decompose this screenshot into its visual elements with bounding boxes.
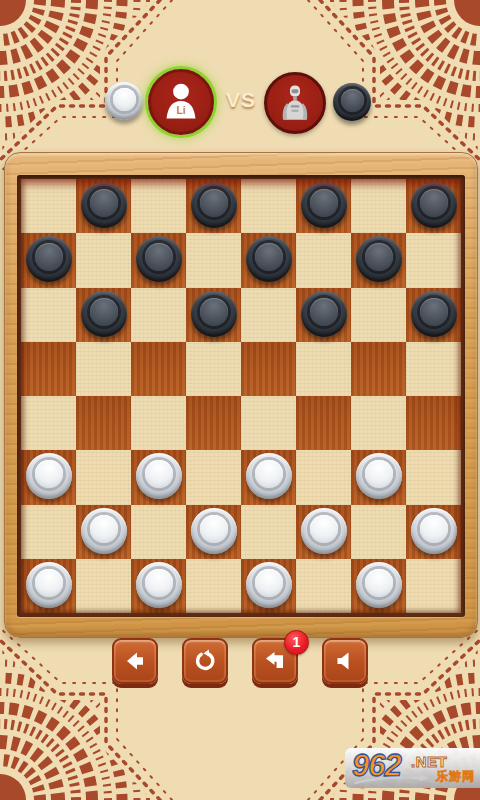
square-r2c1[interactable] [21, 233, 76, 287]
human-player-avatar[interactable]: Li [148, 69, 214, 135]
light-piece[interactable] [356, 562, 402, 608]
square-r4c6 [296, 342, 351, 396]
piece-cap [90, 189, 118, 217]
piece-cap [420, 189, 448, 217]
square-r7c5 [241, 505, 296, 559]
square-r6c6 [296, 450, 351, 504]
dark-piece[interactable] [191, 182, 237, 228]
robot-player-avatar[interactable] [264, 72, 326, 134]
square-r5c8[interactable] [406, 396, 461, 450]
square-r6c8 [406, 450, 461, 504]
square-r7c6[interactable] [296, 505, 351, 559]
robot-icon [275, 83, 315, 123]
piece-cap [310, 515, 338, 543]
square-r7c3 [131, 505, 186, 559]
piece-cap [200, 189, 228, 217]
square-r6c7[interactable] [351, 450, 406, 504]
piece-cap [255, 569, 283, 597]
square-r7c4[interactable] [186, 505, 241, 559]
light-piece[interactable] [411, 508, 457, 554]
square-r4c3[interactable] [131, 342, 186, 396]
watermark-swoosh-icon [353, 774, 431, 786]
square-r1c3 [131, 179, 186, 233]
light-piece[interactable] [136, 562, 182, 608]
square-r3c7 [351, 288, 406, 342]
square-r1c7 [351, 179, 406, 233]
circular-arrow-icon [193, 649, 217, 673]
board-grid [21, 179, 461, 613]
square-r7c8[interactable] [406, 505, 461, 559]
watermark-chinese: 乐游网 [436, 768, 475, 785]
left-arrow-icon [123, 649, 147, 673]
dark-piece[interactable] [411, 182, 457, 228]
dark-piece[interactable] [81, 182, 127, 228]
back-button[interactable] [112, 638, 158, 684]
light-piece[interactable] [246, 453, 292, 499]
piece-cap [200, 298, 228, 326]
square-r2c7[interactable] [351, 233, 406, 287]
piece-cap [365, 460, 393, 488]
square-r8c2 [76, 559, 131, 613]
square-r8c8 [406, 559, 461, 613]
square-r8c5[interactable] [241, 559, 296, 613]
vs-label: VS [217, 88, 265, 112]
square-r1c2[interactable] [76, 179, 131, 233]
square-r2c2 [76, 233, 131, 287]
control-bar: 1 [0, 638, 480, 684]
square-r3c5 [241, 288, 296, 342]
square-r5c5 [241, 396, 296, 450]
square-r1c4[interactable] [186, 179, 241, 233]
piece-cap [90, 298, 118, 326]
light-piece[interactable] [136, 453, 182, 499]
light-piece[interactable] [191, 508, 237, 554]
undo-arrow-icon [263, 649, 287, 673]
square-r5c4[interactable] [186, 396, 241, 450]
piece-cap [145, 569, 173, 597]
square-r6c4 [186, 450, 241, 504]
square-r2c6 [296, 233, 351, 287]
piece-cap [255, 460, 283, 488]
square-r5c2[interactable] [76, 396, 131, 450]
square-r2c4 [186, 233, 241, 287]
square-r3c2[interactable] [76, 288, 131, 342]
dark-piece[interactable] [81, 291, 127, 337]
white-checker-icon [105, 82, 143, 120]
square-r8c6 [296, 559, 351, 613]
piece-cap [90, 515, 118, 543]
square-r8c3[interactable] [131, 559, 186, 613]
speaker-icon [333, 649, 357, 673]
square-r5c7 [351, 396, 406, 450]
square-r8c4 [186, 559, 241, 613]
piece-cap [145, 460, 173, 488]
square-r1c1 [21, 179, 76, 233]
square-r3c1 [21, 288, 76, 342]
board-inner-border [17, 175, 465, 617]
square-r1c8[interactable] [406, 179, 461, 233]
square-r1c5 [241, 179, 296, 233]
player-bar: Li VS [0, 0, 480, 150]
dark-piece[interactable] [26, 236, 72, 282]
checker-cap [341, 89, 364, 112]
piece-cap [420, 515, 448, 543]
black-checker-icon [333, 83, 371, 121]
square-r4c4 [186, 342, 241, 396]
square-r1c6[interactable] [296, 179, 351, 233]
piece-cap [35, 569, 63, 597]
square-r5c1 [21, 396, 76, 450]
person-icon: Li [159, 80, 203, 124]
board-frame [4, 152, 478, 638]
square-r3c6[interactable] [296, 288, 351, 342]
light-piece[interactable] [356, 453, 402, 499]
piece-cap [35, 243, 63, 271]
square-r2c3[interactable] [131, 233, 186, 287]
dark-piece[interactable] [356, 236, 402, 282]
dark-piece[interactable] [246, 236, 292, 282]
square-r6c5[interactable] [241, 450, 296, 504]
light-piece[interactable] [301, 508, 347, 554]
piece-cap [310, 189, 338, 217]
square-r8c7[interactable] [351, 559, 406, 613]
square-r5c6[interactable] [296, 396, 351, 450]
square-r4c7[interactable] [351, 342, 406, 396]
dark-piece[interactable] [191, 291, 237, 337]
square-r7c2[interactable] [76, 505, 131, 559]
piece-cap [200, 515, 228, 543]
square-r7c7 [351, 505, 406, 559]
piece-cap [365, 569, 393, 597]
piece-cap [145, 243, 173, 271]
piece-cap [35, 460, 63, 488]
square-r6c2 [76, 450, 131, 504]
square-r5c3 [131, 396, 186, 450]
square-r4c2 [76, 342, 131, 396]
square-r4c8 [406, 342, 461, 396]
checker-cap [113, 88, 136, 111]
piece-cap [365, 243, 393, 271]
piece-cap [310, 298, 338, 326]
dark-piece[interactable] [301, 182, 347, 228]
square-r6c1[interactable] [21, 450, 76, 504]
avatar-label: Li [176, 105, 185, 116]
undo-count-badge: 1 [284, 630, 309, 655]
square-r4c5[interactable] [241, 342, 296, 396]
square-r4c1[interactable] [21, 342, 76, 396]
light-piece[interactable] [26, 453, 72, 499]
light-piece[interactable] [246, 562, 292, 608]
dark-piece[interactable] [411, 291, 457, 337]
light-piece[interactable] [26, 562, 72, 608]
square-r7c1 [21, 505, 76, 559]
restart-button[interactable] [182, 638, 228, 684]
square-r3c3 [131, 288, 186, 342]
square-r3c4[interactable] [186, 288, 241, 342]
square-r3c8[interactable] [406, 288, 461, 342]
undo-button[interactable]: 1 [252, 638, 298, 684]
dark-piece[interactable] [301, 291, 347, 337]
piece-cap [420, 298, 448, 326]
dark-piece[interactable] [136, 236, 182, 282]
watermark-logo: 962 .NET 乐游网 [345, 748, 480, 788]
sound-button[interactable] [322, 638, 368, 684]
piece-cap [255, 243, 283, 271]
light-piece[interactable] [81, 508, 127, 554]
square-r2c5[interactable] [241, 233, 296, 287]
square-r6c3[interactable] [131, 450, 186, 504]
square-r2c8 [406, 233, 461, 287]
square-r8c1[interactable] [21, 559, 76, 613]
